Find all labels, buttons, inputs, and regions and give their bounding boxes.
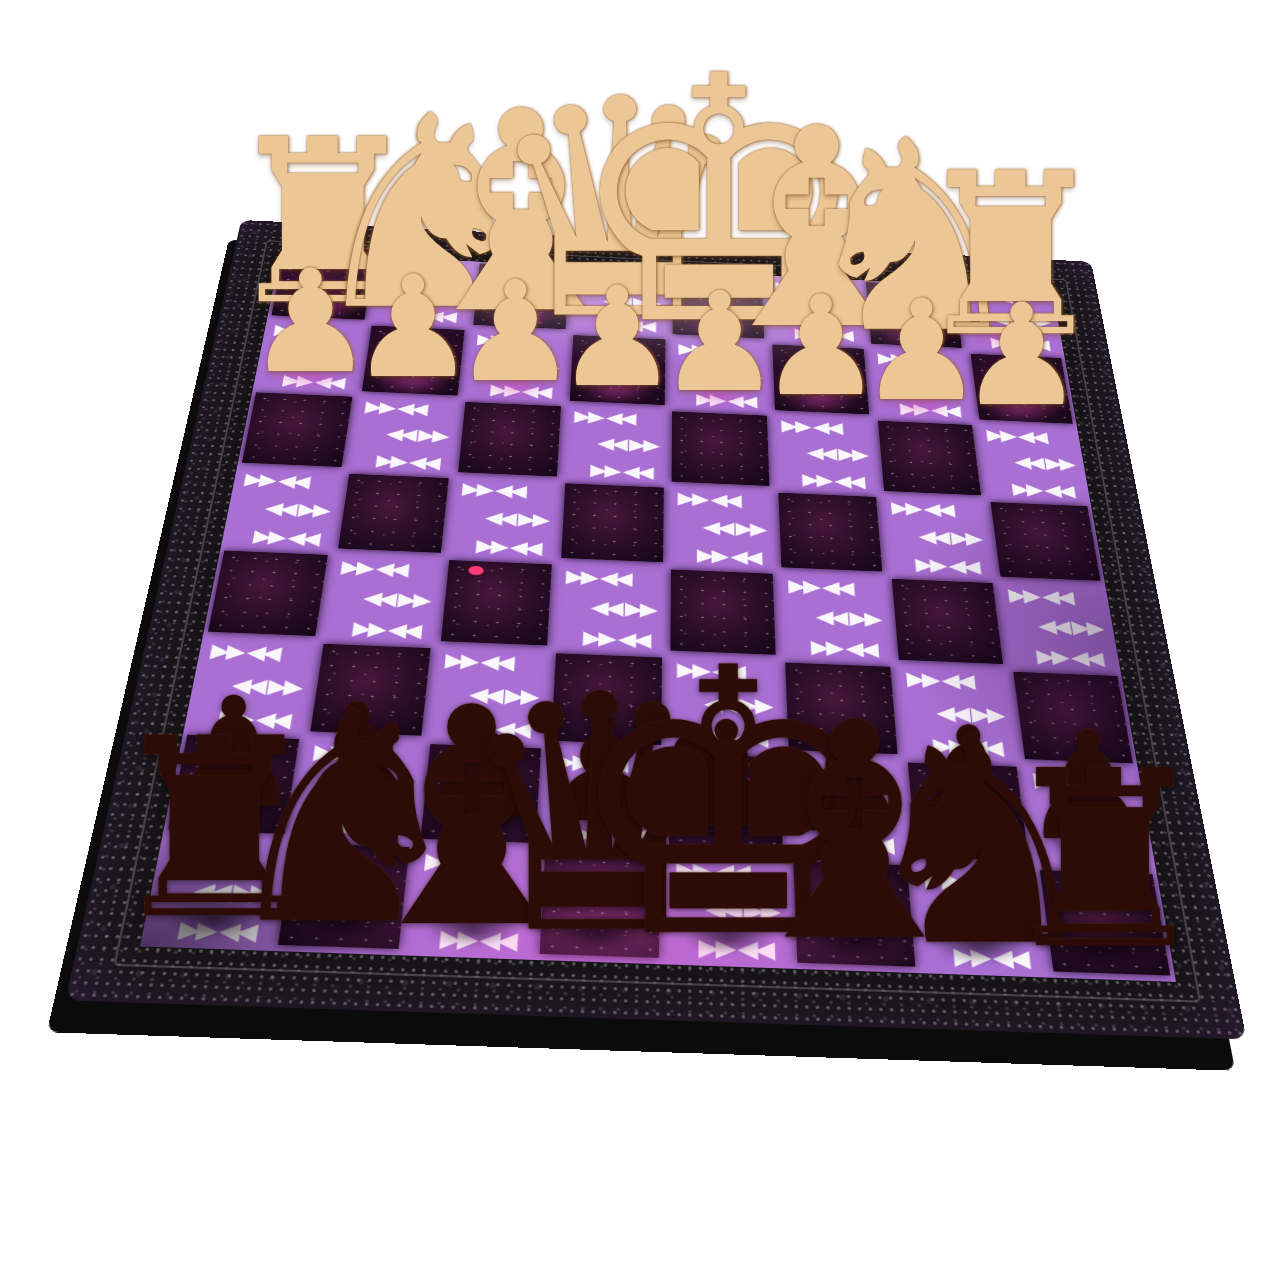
dark-square-patch xyxy=(169,735,300,834)
dark-square-patch xyxy=(208,551,328,636)
dark-square-patch xyxy=(778,492,882,572)
triangle-pattern: ▶▶ ◀◀◀◀ ▶▶▶▶ ◀◀ xyxy=(919,867,1040,971)
dark-square-patch xyxy=(569,335,665,405)
square-a5: ▶▶ ◀◀◀◀ ▶▶▶▶ ◀◀ xyxy=(996,581,1121,674)
square-e8 xyxy=(534,848,665,964)
triangle-pattern: ▶▶ ◀◀◀◀ ▶▶▶▶ ◀◀ xyxy=(675,341,765,409)
dark-square-patch xyxy=(362,326,465,396)
triangle-pattern: ▶▶ ◀◀◀◀ ▶▶▶▶ ◀◀ xyxy=(353,399,455,472)
square-d6: ▶▶ ◀◀◀◀ ▶▶▶▶ ◀◀ xyxy=(665,655,784,755)
triangle-pattern: ▶▶ ◀◀◀◀ ▶▶▶▶ ◀◀ xyxy=(784,576,887,659)
dark-square-patch xyxy=(458,402,561,476)
triangle-pattern: ▶▶ ◀◀◀◀ ▶▶▶▶ ◀◀ xyxy=(792,760,904,856)
triangle-pattern: ▶▶ ◀◀◀◀ ▶▶▶▶ ◀◀ xyxy=(327,557,438,640)
square-c6 xyxy=(781,660,903,760)
square-g2 xyxy=(357,323,469,399)
triangle-pattern: ▶▶ ◀◀◀◀ ▶▶▶▶ ◀◀ xyxy=(874,351,969,419)
square-a1: ▶▶ ◀◀◀◀ ▶▶▶▶ ◀◀ xyxy=(957,285,1064,356)
square-b2: ▶▶ ◀◀◀◀ ▶▶▶▶ ◀◀ xyxy=(867,347,975,423)
board-grid: ▶▶ ◀◀◀◀ ▶▶▶▶ ◀◀▶▶ ◀◀◀◀ ▶▶▶▶ ◀◀▶▶ ◀◀◀◀ ▶▶… xyxy=(140,252,1176,982)
square-e4 xyxy=(556,480,668,567)
square-h7 xyxy=(163,731,305,839)
square-b5 xyxy=(887,576,1008,669)
dark-square-patch xyxy=(892,579,1003,664)
square-a6 xyxy=(1008,669,1138,768)
square-h4: ▶▶ ◀◀◀◀ ▶▶▶▶ ◀◀ xyxy=(221,466,346,553)
square-a8 xyxy=(1034,866,1176,982)
dark-square-patch xyxy=(785,663,897,754)
square-h8: ▶▶ ◀◀◀◀ ▶▶▶▶ ◀◀ xyxy=(140,834,289,950)
triangle-pattern: ▶▶ ◀◀◀◀ ▶▶▶▶ ◀◀ xyxy=(375,260,470,324)
square-d5 xyxy=(666,567,780,660)
square-g1: ▶▶ ◀◀◀◀ ▶▶▶▶ ◀◀ xyxy=(368,257,476,328)
dark-square-patch xyxy=(420,744,540,843)
dark-square-patch xyxy=(561,483,664,563)
triangle-pattern: ▶▶ ◀◀◀◀ ▶▶▶▶ ◀◀ xyxy=(673,660,778,750)
triangle-pattern: ▶▶ ◀◀◀◀ ▶▶▶▶ ◀◀ xyxy=(772,279,862,343)
triangle-pattern: ▶▶ ◀◀◀◀ ▶▶▶▶ ◀◀ xyxy=(149,840,281,945)
square-b1 xyxy=(862,280,966,351)
square-b6: ▶▶ ◀◀◀◀ ▶▶▶▶ ◀◀ xyxy=(895,664,1021,763)
triangle-pattern: ▶▶ ◀◀◀◀ ▶▶▶▶ ◀◀ xyxy=(558,567,660,650)
square-e3: ▶▶ ◀◀◀◀ ▶▶▶▶ ◀◀ xyxy=(561,404,669,485)
square-g6 xyxy=(305,641,436,741)
dark-square-patch xyxy=(539,852,659,959)
square-d4: ▶▶ ◀◀◀◀ ▶▶▶▶ ◀◀ xyxy=(667,485,777,572)
triangle-pattern: ▶▶ ◀◀◀◀ ▶▶▶▶ ◀◀ xyxy=(567,408,662,481)
dark-square-patch xyxy=(669,753,783,852)
square-g4 xyxy=(333,471,453,558)
triangle-pattern: ▶▶ ◀◀◀◀ ▶▶▶▶ ◀◀ xyxy=(982,427,1084,500)
dark-square-patch xyxy=(338,473,449,553)
square-c4 xyxy=(774,490,887,576)
square-d2: ▶▶ ◀◀◀◀ ▶▶▶▶ ◀◀ xyxy=(668,338,771,414)
triangle-pattern: ▶▶ ◀◀◀◀ ▶▶▶▶ ◀◀ xyxy=(902,669,1013,758)
square-b8: ▶▶ ◀◀◀◀ ▶▶▶▶ ◀◀ xyxy=(912,862,1049,978)
dark-square-patch xyxy=(441,560,552,645)
dark-square-patch xyxy=(1013,672,1132,763)
square-d3 xyxy=(668,409,774,490)
square-f1 xyxy=(469,261,573,332)
square-f6: ▶▶ ◀◀◀◀ ▶▶▶▶ ◀◀ xyxy=(426,646,552,746)
square-h2: ▶▶ ◀◀◀◀ ▶▶▶▶ ◀◀ xyxy=(253,319,369,395)
dark-square-patch xyxy=(772,345,869,415)
triangle-pattern: ▶▶ ◀◀◀◀ ▶▶▶▶ ◀◀ xyxy=(192,641,312,731)
square-a7: ▶▶ ◀◀◀◀ ▶▶▶▶ ◀◀ xyxy=(1021,764,1157,871)
triangle-pattern: ▶▶ ◀◀◀◀ ▶▶▶▶ ◀◀ xyxy=(575,270,663,334)
triangle-pattern: ▶▶ ◀◀◀◀ ▶▶▶▶ ◀◀ xyxy=(887,499,990,577)
triangle-pattern: ▶▶ ◀◀◀◀ ▶▶▶▶ ◀◀ xyxy=(963,288,1057,352)
square-g8 xyxy=(272,839,415,955)
square-h3 xyxy=(237,390,357,471)
square-e5: ▶▶ ◀◀◀◀ ▶▶▶▶ ◀◀ xyxy=(551,562,667,655)
triangle-pattern: ▶▶ ◀◀◀◀ ▶▶▶▶ ◀◀ xyxy=(674,489,771,567)
dark-square-patch xyxy=(672,411,770,485)
square-e6 xyxy=(546,650,666,750)
square-h6: ▶▶ ◀◀◀◀ ▶▶▶▶ ◀◀ xyxy=(184,636,320,736)
board-frame: ▶▶ ◀◀◀◀ ▶▶▶▶ ◀◀▶▶ ◀◀◀◀ ▶▶▶▶ ◀◀▶▶ ◀◀◀◀ ▶▶… xyxy=(65,220,1246,1039)
triangle-pattern: ▶▶ ◀◀◀◀ ▶▶▶▶ ◀◀ xyxy=(778,418,874,491)
dark-square-patch xyxy=(970,354,1072,424)
dark-square-patch xyxy=(908,762,1029,860)
triangle-pattern: ▶▶ ◀◀◀◀ ▶▶▶▶ ◀◀ xyxy=(452,480,554,558)
dark-square-patch xyxy=(278,842,409,949)
dark-square-patch xyxy=(878,421,981,495)
square-d8: ▶▶ ◀◀◀◀ ▶▶▶▶ ◀◀ xyxy=(664,853,793,969)
triangle-pattern: ▶▶ ◀◀◀◀ ▶▶▶▶ ◀◀ xyxy=(412,849,533,954)
triangle-pattern: ▶▶ ◀◀◀◀ ▶▶▶▶ ◀◀ xyxy=(228,470,338,548)
square-g7: ▶▶ ◀◀◀◀ ▶▶▶▶ ◀◀ xyxy=(289,736,426,844)
square-g3: ▶▶ ◀◀◀◀ ▶▶▶▶ ◀◀ xyxy=(346,395,462,476)
dark-square-patch xyxy=(990,502,1100,581)
dark-square-patch xyxy=(673,273,764,339)
triangle-pattern: ▶▶ ◀◀◀◀ ▶▶▶▶ ◀◀ xyxy=(433,651,544,741)
photo-scene: ▶▶ ◀◀◀◀ ▶▶▶▶ ◀◀▶▶ ◀◀◀◀ ▶▶▶▶ ◀◀▶▶ ◀◀◀◀ ▶▶… xyxy=(0,0,1280,1280)
square-e2 xyxy=(565,333,669,409)
triangle-pattern: ▶▶ ◀◀◀◀ ▶▶▶▶ ◀◀ xyxy=(468,332,563,400)
dark-square-patch xyxy=(551,653,662,745)
square-a3: ▶▶ ◀◀◀◀ ▶▶▶▶ ◀◀ xyxy=(976,423,1091,504)
triangle-pattern: ▶▶ ◀◀◀◀ ▶▶▶▶ ◀◀ xyxy=(548,751,658,848)
triangle-pattern: ▶▶ ◀◀◀◀ ▶▶▶▶ ◀◀ xyxy=(260,322,362,390)
square-c7: ▶▶ ◀◀◀◀ ▶▶▶▶ ◀◀ xyxy=(784,755,911,862)
square-e7: ▶▶ ◀◀◀◀ ▶▶▶▶ ◀◀ xyxy=(540,745,665,852)
square-c2 xyxy=(768,342,873,418)
square-f5 xyxy=(436,558,557,651)
square-h1 xyxy=(267,252,378,323)
triangle-pattern: ▶▶ ◀◀◀◀ ▶▶▶▶ ◀◀ xyxy=(297,741,417,838)
square-f4: ▶▶ ◀◀◀◀ ▶▶▶▶ ◀◀ xyxy=(445,476,561,563)
dark-square-patch xyxy=(671,570,776,655)
square-b4: ▶▶ ◀◀◀◀ ▶▶▶▶ ◀◀ xyxy=(880,495,996,581)
square-c5: ▶▶ ◀◀◀◀ ▶▶▶▶ ◀◀ xyxy=(777,572,894,665)
square-a2 xyxy=(966,352,1077,428)
square-d7 xyxy=(665,750,789,857)
square-a4 xyxy=(986,499,1106,585)
dark-square-patch xyxy=(242,392,352,467)
square-f3 xyxy=(453,399,565,480)
dark-square-patch xyxy=(272,254,374,320)
square-h5 xyxy=(203,548,333,641)
dark-square-patch xyxy=(311,644,431,736)
triangle-pattern: ▶▶ ◀◀◀◀ ▶▶▶▶ ◀◀ xyxy=(1004,585,1114,668)
triangle-pattern: ▶▶ ◀◀◀◀ ▶▶▶▶ ◀◀ xyxy=(1028,769,1148,865)
square-c8 xyxy=(788,857,921,973)
dark-square-patch xyxy=(1039,870,1169,976)
square-f7 xyxy=(415,741,546,848)
square-c3: ▶▶ ◀◀◀◀ ▶▶▶▶ ◀◀ xyxy=(771,414,880,495)
square-d1 xyxy=(669,271,768,342)
square-c1: ▶▶ ◀◀◀◀ ▶▶▶▶ ◀◀ xyxy=(766,276,868,347)
triangle-pattern: ▶▶ ◀◀◀◀ ▶▶▶▶ ◀◀ xyxy=(671,858,784,962)
dark-square-patch xyxy=(473,264,569,330)
square-f2: ▶▶ ◀◀◀◀ ▶▶▶▶ ◀◀ xyxy=(461,328,569,404)
square-f8: ▶▶ ◀◀◀◀ ▶▶▶▶ ◀◀ xyxy=(403,844,540,960)
square-b3 xyxy=(874,418,986,499)
chess-board: ▶▶ ◀◀◀◀ ▶▶▶▶ ◀◀▶▶ ◀◀◀◀ ▶▶▶▶ ◀◀▶▶ ◀◀◀◀ ▶▶… xyxy=(65,220,1246,1039)
square-b7 xyxy=(903,759,1034,866)
square-e1: ▶▶ ◀◀◀◀ ▶▶▶▶ ◀◀ xyxy=(569,266,669,337)
dark-square-patch xyxy=(866,282,962,348)
square-g5: ▶▶ ◀◀◀◀ ▶▶▶▶ ◀◀ xyxy=(320,553,445,646)
dark-square-patch xyxy=(793,861,915,968)
